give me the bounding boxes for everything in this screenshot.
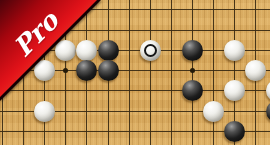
white-stone — [245, 60, 266, 81]
grid-line-vertical — [213, 0, 214, 145]
black-stone — [182, 40, 203, 61]
grid-line-vertical — [129, 0, 130, 145]
go-app-screenshot: Pro — [0, 0, 270, 145]
star-point — [190, 68, 195, 73]
white-stone — [266, 80, 270, 101]
black-stone — [224, 121, 245, 142]
marked-white-stone — [140, 40, 161, 61]
grid-line-vertical — [171, 0, 172, 145]
white-stone — [224, 40, 245, 61]
white-stone — [203, 101, 224, 122]
black-stone — [182, 80, 203, 101]
last-move-circle-marker — [144, 44, 157, 57]
black-stone — [266, 101, 270, 122]
grid-line-vertical — [150, 0, 151, 145]
white-stone — [224, 80, 245, 101]
pro-ribbon[interactable]: Pro — [0, 0, 104, 104]
